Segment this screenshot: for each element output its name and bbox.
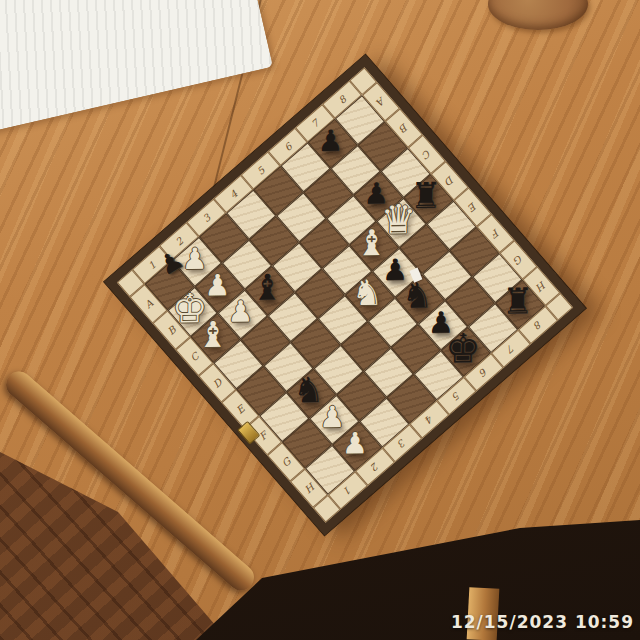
piece-white-knight-e5[interactable]: ♞ — [352, 275, 384, 311]
piece-white-pawn-g2[interactable]: ♟ — [319, 403, 345, 433]
piece-white-pawn-b2[interactable]: ♟ — [205, 271, 231, 301]
piece-white-pawn-c2[interactable]: ♟ — [227, 297, 253, 327]
cork-coaster — [488, 0, 588, 30]
piece-black-bishop-c3[interactable]: ♝ — [251, 270, 283, 306]
camera-timestamp: 12/15/2023 10:59 — [451, 612, 634, 632]
photo-scene: 12345678A♟♟AB♚♟BC♝♟♝♟CD♝♛♜DE♞♟EF♞♞FG♟♟GH… — [0, 0, 640, 640]
chess-board[interactable]: 12345678A♟♟AB♚♟BC♝♟♝♟CD♝♛♜DE♞♟EF♞♞FG♟♟GH… — [104, 55, 585, 535]
board-grid: 12345678A♟♟AB♚♟BC♝♟♝♟CD♝♛♜DE♞♟EF♞♞FG♟♟GH… — [117, 67, 573, 522]
board-frame: 12345678A♟♟AB♚♟BC♝♟♝♟CD♝♛♜DE♞♟EF♞♞FG♟♟GH… — [104, 55, 585, 535]
piece-white-bishop-c1[interactable]: ♝ — [197, 317, 229, 353]
piece-black-rook-h8[interactable]: ♜ — [502, 284, 534, 320]
piece-white-pawn-h2[interactable]: ♟ — [342, 429, 368, 459]
piece-black-pawn-a7[interactable]: ♟ — [317, 126, 343, 156]
piece-black-rook-d8[interactable]: ♜ — [410, 178, 442, 214]
